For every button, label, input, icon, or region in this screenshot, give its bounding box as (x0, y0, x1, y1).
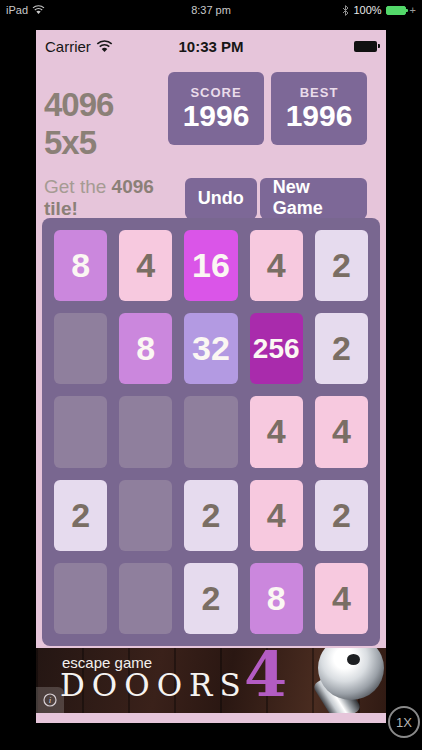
game-header: 4096 5x5 SCORE 1996 BEST 1996 (36, 62, 386, 162)
tile-2-r4c3: 2 (184, 480, 237, 551)
tile-8-r2c2: 8 (119, 313, 172, 384)
goal-text: Get the 4096 tile! (44, 176, 185, 220)
screen-bottom-strip (36, 713, 386, 723)
empty-cell-r5c1 (54, 563, 107, 634)
sub-header: Get the 4096 tile! Undo New Game (36, 162, 386, 220)
tile-4-r1c2: 4 (119, 230, 172, 301)
game-board[interactable]: 8416428322562442242284 (42, 218, 380, 646)
undo-button[interactable]: Undo (185, 178, 257, 219)
tile-2-r4c1: 2 (54, 480, 107, 551)
empty-cell-r3c1 (54, 396, 107, 467)
empty-cell-r3c3 (184, 396, 237, 467)
tile-2-r4c5: 2 (315, 480, 368, 551)
score-label: SCORE (190, 85, 241, 100)
tile-4-r3c5: 4 (315, 396, 368, 467)
new-game-button[interactable]: New Game (260, 178, 367, 219)
battery-icon (354, 41, 377, 52)
svg-text:i: i (49, 695, 52, 705)
phone-status-bar: Carrier 10:33 PM (36, 30, 386, 62)
tile-32-r2c3: 32 (184, 313, 237, 384)
device-status-bar: iPad 8:37 pm 100% + (0, 0, 422, 20)
device-name-label: iPad (6, 4, 28, 16)
score-box: SCORE 1996 (168, 72, 264, 145)
tile-256-r2c4: 256 (250, 313, 303, 384)
tile-2-r1c5: 2 (315, 230, 368, 301)
tile-8-r5c4: 8 (250, 563, 303, 634)
wifi-icon (32, 5, 45, 15)
goal-prefix: Get the (44, 176, 112, 197)
wifi-icon (96, 40, 113, 53)
ad-info-icon[interactable]: i (36, 687, 64, 713)
carrier-label: Carrier (45, 38, 91, 55)
empty-cell-r5c2 (119, 563, 172, 634)
phone-screen: Carrier 10:33 PM 4096 5x5 SCORE (36, 30, 386, 723)
best-value: 1996 (286, 100, 353, 132)
doorknob-keyhole (347, 654, 360, 665)
empty-cell-r2c1 (54, 313, 107, 384)
ad-number-text: 4 (244, 648, 287, 706)
score-value: 1996 (183, 100, 250, 132)
tile-4-r1c4: 4 (250, 230, 303, 301)
empty-cell-r3c2 (119, 396, 172, 467)
screenshot-root: iPad 8:37 pm 100% + (0, 0, 422, 750)
device-clock: 8:37 pm (191, 4, 231, 16)
tile-4-r4c4: 4 (250, 480, 303, 551)
best-label: BEST (300, 85, 339, 100)
game-title: 4096 5x5 (44, 86, 168, 162)
tile-8-r1c1: 8 (54, 230, 107, 301)
charging-plus-label: + (410, 4, 416, 16)
tile-2-r5c3: 2 (184, 563, 237, 634)
scale-toggle-button[interactable]: 1X (388, 706, 420, 738)
empty-cell-r4c2 (119, 480, 172, 551)
phone-clock: 10:33 PM (178, 38, 243, 55)
battery-icon (386, 6, 406, 15)
tile-4-r5c5: 4 (315, 563, 368, 634)
best-box: BEST 1996 (271, 72, 367, 145)
ad-banner[interactable]: escape game DOOORS 4 i (36, 648, 386, 713)
ad-title-text: DOOORS (60, 670, 248, 701)
tile-2-r2c5: 2 (315, 313, 368, 384)
battery-percent-label: 100% (353, 4, 381, 16)
bluetooth-icon (342, 5, 349, 16)
tile-16-r1c3: 16 (184, 230, 237, 301)
tile-4-r3c4: 4 (250, 396, 303, 467)
